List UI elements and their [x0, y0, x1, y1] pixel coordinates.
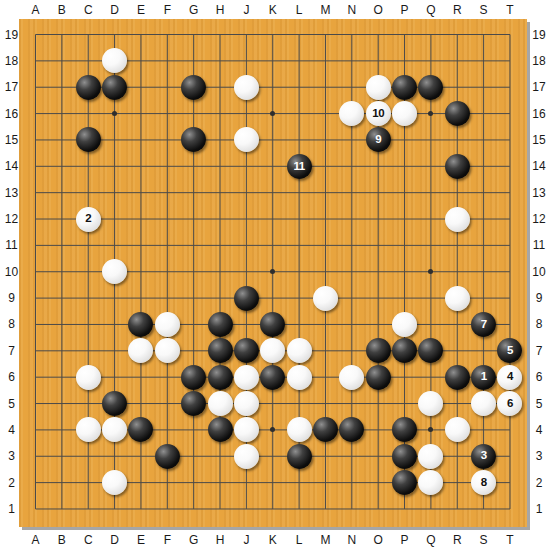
move-number-6: 6 [507, 398, 513, 410]
stone-white-L7 [287, 338, 312, 363]
stone-white-F8 [155, 312, 180, 337]
star-point-Q4 [428, 427, 433, 432]
stone-black-E8 [128, 312, 153, 337]
row-label-right-15: 15 [528, 133, 550, 147]
col-label-bottom-M: M [314, 533, 336, 547]
stone-black-P2 [392, 470, 417, 495]
col-label-bottom-O: O [367, 533, 389, 547]
stone-black-M4 [313, 417, 338, 442]
stone-black-J7 [234, 338, 259, 363]
stone-white-O16: 10 [366, 101, 391, 126]
star-point-D16 [112, 111, 117, 116]
stone-white-D2 [102, 470, 127, 495]
move-number-7: 7 [481, 319, 487, 331]
col-label-top-D: D [104, 3, 126, 17]
stone-white-P16 [392, 101, 417, 126]
move-number-3: 3 [481, 450, 487, 462]
stone-white-J6 [234, 365, 259, 390]
stone-black-N4 [339, 417, 364, 442]
col-label-top-O: O [367, 3, 389, 17]
stone-white-D18 [102, 48, 127, 73]
stone-black-O15: 9 [366, 127, 391, 152]
stone-white-D10 [102, 259, 127, 284]
stone-black-Q17 [418, 75, 443, 100]
move-number-2: 2 [85, 213, 91, 225]
row-label-right-7: 7 [528, 344, 550, 358]
col-label-top-B: B [51, 3, 73, 17]
stone-white-R4 [445, 417, 470, 442]
col-label-bottom-A: A [25, 533, 47, 547]
stone-black-J9 [234, 286, 259, 311]
col-label-top-E: E [130, 3, 152, 17]
col-label-top-N: N [341, 3, 363, 17]
col-label-top-M: M [314, 3, 336, 17]
stone-white-P8 [392, 312, 417, 337]
stone-black-Q7 [418, 338, 443, 363]
move-number-9: 9 [375, 134, 381, 146]
col-label-top-R: R [446, 3, 468, 17]
col-label-bottom-G: G [183, 533, 205, 547]
stone-black-G6 [181, 365, 206, 390]
stone-black-S8: 7 [471, 312, 496, 337]
star-point-K4 [270, 427, 275, 432]
stone-white-D4 [102, 417, 127, 442]
stone-black-H6 [208, 365, 233, 390]
stone-white-L4 [287, 417, 312, 442]
col-label-bottom-S: S [473, 533, 495, 547]
row-label-right-11: 11 [528, 238, 550, 252]
stone-white-J5 [234, 391, 259, 416]
stone-black-H8 [208, 312, 233, 337]
stone-black-S3: 3 [471, 444, 496, 469]
move-number-4: 4 [507, 371, 513, 383]
board-grid: 1091127514638 [22, 21, 523, 522]
col-label-top-K: K [262, 3, 284, 17]
stone-black-P4 [392, 417, 417, 442]
move-number-11: 11 [293, 161, 304, 173]
stone-black-H4 [208, 417, 233, 442]
col-label-bottom-Q: Q [420, 533, 442, 547]
stone-white-T6: 4 [497, 365, 522, 390]
row-label-right-17: 17 [528, 80, 550, 94]
row-label-right-8: 8 [528, 317, 550, 331]
stone-white-M9 [313, 286, 338, 311]
move-number-5: 5 [507, 345, 513, 357]
col-label-bottom-P: P [394, 533, 416, 547]
stone-black-O7 [366, 338, 391, 363]
stone-white-J3 [234, 444, 259, 469]
stone-black-L3 [287, 444, 312, 469]
col-label-bottom-F: F [156, 533, 178, 547]
stone-white-J15 [234, 127, 259, 152]
col-label-bottom-D: D [104, 533, 126, 547]
stone-white-Q5 [418, 391, 443, 416]
stone-white-N16 [339, 101, 364, 126]
stone-black-G17 [181, 75, 206, 100]
row-label-right-10: 10 [528, 265, 550, 279]
stone-black-D17 [102, 75, 127, 100]
col-label-bottom-C: C [77, 533, 99, 547]
move-number-10: 10 [372, 108, 384, 120]
row-label-right-3: 3 [528, 449, 550, 463]
row-label-right-16: 16 [528, 107, 550, 121]
stone-black-K6 [260, 365, 285, 390]
stone-white-R12 [445, 207, 470, 232]
row-label-right-5: 5 [528, 397, 550, 411]
col-label-top-F: F [156, 3, 178, 17]
stone-white-F7 [155, 338, 180, 363]
stone-black-R16 [445, 101, 470, 126]
stone-white-K7 [260, 338, 285, 363]
row-label-right-19: 19 [528, 28, 550, 42]
stone-black-T7: 5 [497, 338, 522, 363]
row-label-right-4: 4 [528, 423, 550, 437]
stone-black-G5 [181, 391, 206, 416]
stone-white-E7 [128, 338, 153, 363]
row-label-right-18: 18 [528, 54, 550, 68]
star-point-K10 [270, 269, 275, 274]
stone-black-F3 [155, 444, 180, 469]
stone-white-C4 [76, 417, 101, 442]
col-label-top-P: P [394, 3, 416, 17]
stone-black-R14 [445, 154, 470, 179]
col-label-bottom-E: E [130, 533, 152, 547]
stone-black-H7 [208, 338, 233, 363]
stone-white-J4 [234, 417, 259, 442]
stone-black-C15 [76, 127, 101, 152]
stone-white-J17 [234, 75, 259, 100]
star-point-Q10 [428, 269, 433, 274]
stone-black-D5 [102, 391, 127, 416]
col-label-top-T: T [499, 3, 521, 17]
col-label-top-L: L [288, 3, 310, 17]
stone-black-C17 [76, 75, 101, 100]
stone-white-Q2 [418, 470, 443, 495]
col-label-bottom-K: K [262, 533, 284, 547]
col-label-bottom-J: J [235, 533, 257, 547]
stone-black-R6 [445, 365, 470, 390]
stone-black-P3 [392, 444, 417, 469]
col-label-bottom-T: T [499, 533, 521, 547]
star-point-K16 [270, 111, 275, 116]
row-label-right-13: 13 [528, 186, 550, 200]
row-label-right-14: 14 [528, 159, 550, 173]
stone-black-L14: 11 [287, 154, 312, 179]
row-label-right-1: 1 [528, 502, 550, 516]
stone-white-S5 [471, 391, 496, 416]
stone-white-R9 [445, 286, 470, 311]
stone-black-P17 [392, 75, 417, 100]
goban[interactable]: 1091127514638 [19, 19, 527, 527]
stone-white-O17 [366, 75, 391, 100]
col-label-bottom-L: L [288, 533, 310, 547]
stone-white-H5 [208, 391, 233, 416]
stone-white-C12: 2 [76, 207, 101, 232]
col-label-top-J: J [235, 3, 257, 17]
col-label-bottom-R: R [446, 533, 468, 547]
move-number-8: 8 [481, 477, 487, 489]
row-label-right-2: 2 [528, 476, 550, 490]
stone-black-E4 [128, 417, 153, 442]
stone-white-Q3 [418, 444, 443, 469]
stone-black-O6 [366, 365, 391, 390]
move-number-1: 1 [481, 371, 487, 383]
stone-black-K8 [260, 312, 285, 337]
row-label-right-6: 6 [528, 370, 550, 384]
col-label-top-Q: Q [420, 3, 442, 17]
row-label-right-9: 9 [528, 291, 550, 305]
go-diagram: ABCDEFGHJKLMNOPQRST ABCDEFGHJKLMNOPQRST … [0, 0, 550, 550]
stone-black-G15 [181, 127, 206, 152]
col-label-top-S: S [473, 3, 495, 17]
stone-black-S6: 1 [471, 365, 496, 390]
stone-white-N6 [339, 365, 364, 390]
col-label-top-C: C [77, 3, 99, 17]
stone-white-S2: 8 [471, 470, 496, 495]
star-point-Q16 [428, 111, 433, 116]
col-label-bottom-H: H [209, 533, 231, 547]
stone-black-P7 [392, 338, 417, 363]
col-label-top-G: G [183, 3, 205, 17]
row-label-right-12: 12 [528, 212, 550, 226]
stone-white-C6 [76, 365, 101, 390]
col-label-top-H: H [209, 3, 231, 17]
col-label-bottom-N: N [341, 533, 363, 547]
stone-white-T5: 6 [497, 391, 522, 416]
col-label-bottom-B: B [51, 533, 73, 547]
col-label-top-A: A [25, 3, 47, 17]
stone-white-L6 [287, 365, 312, 390]
